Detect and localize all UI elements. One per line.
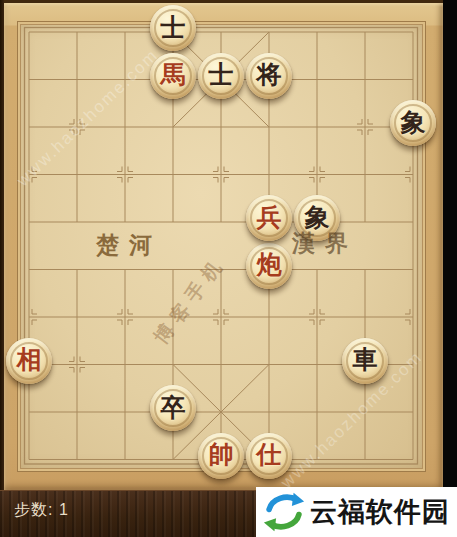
red-piece-glyph: 馬: [161, 62, 186, 87]
river-label-han-jie: 漢界: [292, 232, 358, 255]
move-counter-label: 步数:: [14, 501, 53, 518]
red-piece-glyph: 帥: [209, 442, 234, 467]
xiangqi-game-screen: 楚河 漢界 士馬士将象兵象炮相車卒帥仕 www.haozhome.com www…: [0, 0, 457, 537]
red-horse[interactable]: 馬: [150, 53, 196, 99]
red-elephant[interactable]: 相: [6, 338, 52, 384]
black-piece-glyph: 車: [353, 347, 378, 372]
red-piece-glyph: 相: [17, 347, 42, 372]
red-piece-glyph: 炮: [257, 252, 282, 277]
red-advisor[interactable]: 仕: [246, 433, 292, 479]
move-counter: 步数: 1: [14, 500, 69, 521]
river-label-chu-he: 楚河: [96, 234, 162, 257]
site-logo-card: 云福软件园: [256, 487, 457, 537]
red-pawn[interactable]: 兵: [246, 195, 292, 241]
black-pawn[interactable]: 卒: [150, 385, 196, 431]
swirl-logo-icon: [263, 491, 305, 533]
red-piece-glyph: 仕: [257, 442, 282, 467]
black-advisor[interactable]: 士: [198, 53, 244, 99]
site-logo-text: 云福软件园: [310, 494, 450, 530]
black-piece-glyph: 象: [305, 205, 330, 230]
black-piece-glyph: 士: [161, 15, 186, 40]
black-advisor[interactable]: 士: [150, 5, 196, 51]
red-piece-glyph: 兵: [257, 205, 282, 230]
move-counter-value: 1: [59, 501, 69, 518]
black-chariot[interactable]: 車: [342, 338, 388, 384]
black-piece-glyph: 士: [209, 62, 234, 87]
black-piece-glyph: 卒: [161, 395, 186, 420]
red-cannon[interactable]: 炮: [246, 243, 292, 289]
screen-left-edge: [0, 0, 4, 490]
screen-right-edge: [443, 0, 457, 490]
screen-top-edge: [0, 0, 457, 3]
black-elephant[interactable]: 象: [390, 100, 436, 146]
black-general[interactable]: 将: [246, 53, 292, 99]
black-piece-glyph: 将: [257, 62, 282, 87]
red-general[interactable]: 帥: [198, 433, 244, 479]
black-piece-glyph: 象: [401, 110, 426, 135]
